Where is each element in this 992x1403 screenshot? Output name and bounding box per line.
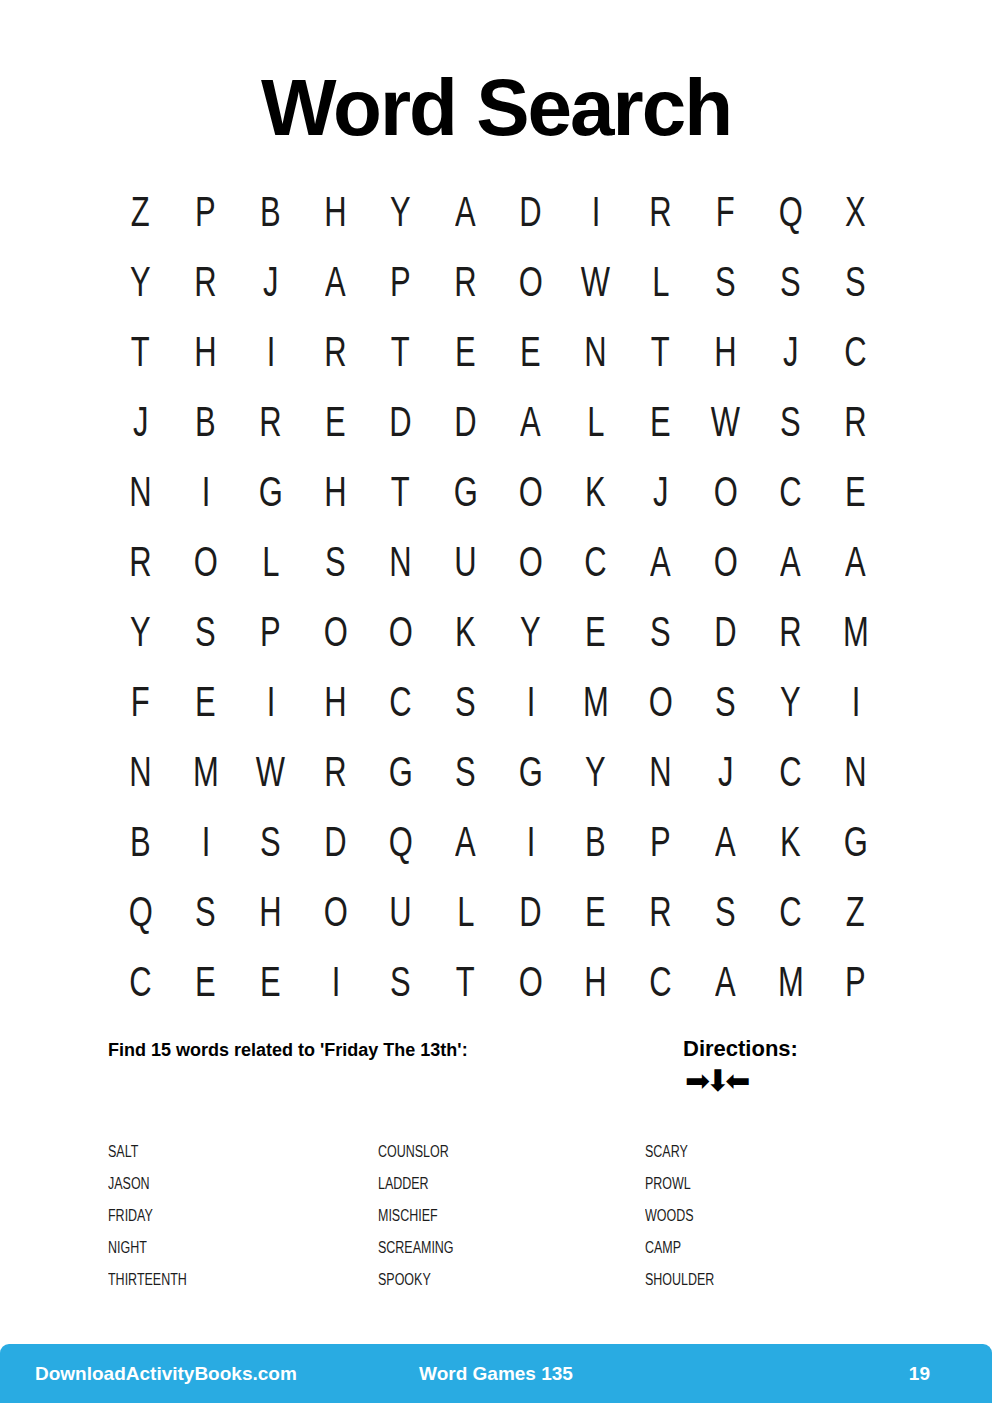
- grid-cell-r10c9: P: [628, 806, 693, 876]
- word-list-item: FRIDAY: [108, 1200, 368, 1232]
- grid-cell-r2c8: W: [563, 246, 628, 316]
- footer-page-number: 19: [909, 1363, 930, 1385]
- grid-cell-r9c11: C: [758, 736, 823, 806]
- grid-cell-r9c1: N: [108, 736, 173, 806]
- grid-cell-r3c1: T: [108, 316, 173, 386]
- grid-cell-r5c3: G: [238, 456, 303, 526]
- word-list-item: SCREAMING: [378, 1232, 638, 1264]
- grid-cell-r5c7: O: [498, 456, 563, 526]
- grid-cell-r1c8: I: [563, 176, 628, 246]
- grid-cell-r11c4: O: [303, 876, 368, 946]
- grid-cell-r2c12: S: [823, 246, 888, 316]
- grid-cell-r9c2: M: [173, 736, 238, 806]
- grid-cell-r9c12: N: [823, 736, 888, 806]
- grid-cell-r6c5: N: [368, 526, 433, 596]
- grid-cell-r7c8: E: [563, 596, 628, 666]
- grid-cell-r6c6: U: [433, 526, 498, 596]
- grid-cell-r8c5: C: [368, 666, 433, 736]
- grid-cell-r7c1: Y: [108, 596, 173, 666]
- grid-cell-r1c2: P: [173, 176, 238, 246]
- grid-cell-r12c12: P: [823, 946, 888, 1016]
- grid-cell-r5c2: I: [173, 456, 238, 526]
- grid-cell-r1c9: R: [628, 176, 693, 246]
- grid-cell-r7c2: S: [173, 596, 238, 666]
- find-words-prompt: Find 15 words related to 'Friday The 13t…: [108, 1040, 468, 1061]
- grid-cell-r12c10: A: [693, 946, 758, 1016]
- footer-book-title: Word Games 135: [0, 1363, 992, 1385]
- grid-cell-r2c10: S: [693, 246, 758, 316]
- grid-cell-r7c7: Y: [498, 596, 563, 666]
- word-list-item: CAMP: [645, 1232, 905, 1264]
- footer-bar: DownloadActivityBooks.com Word Games 135…: [0, 1344, 992, 1403]
- grid-cell-r1c11: Q: [758, 176, 823, 246]
- grid-cell-r3c3: I: [238, 316, 303, 386]
- grid-cell-r9c7: G: [498, 736, 563, 806]
- grid-cell-r1c1: Z: [108, 176, 173, 246]
- grid-cell-r10c4: D: [303, 806, 368, 876]
- grid-cell-r1c10: F: [693, 176, 758, 246]
- grid-cell-r2c1: Y: [108, 246, 173, 316]
- grid-cell-r6c7: O: [498, 526, 563, 596]
- grid-cell-r11c12: Z: [823, 876, 888, 946]
- grid-cell-r1c7: D: [498, 176, 563, 246]
- grid-cell-r9c10: J: [693, 736, 758, 806]
- grid-cell-r9c6: S: [433, 736, 498, 806]
- grid-cell-r7c12: M: [823, 596, 888, 666]
- word-list-item: WOODS: [645, 1200, 905, 1232]
- grid-cell-r10c8: B: [563, 806, 628, 876]
- grid-cell-r5c8: K: [563, 456, 628, 526]
- grid-cell-r6c9: A: [628, 526, 693, 596]
- grid-cell-r7c11: R: [758, 596, 823, 666]
- grid-cell-r5c12: E: [823, 456, 888, 526]
- grid-cell-r2c6: R: [433, 246, 498, 316]
- grid-cell-r3c4: R: [303, 316, 368, 386]
- grid-cell-r6c8: C: [563, 526, 628, 596]
- grid-cell-r11c8: E: [563, 876, 628, 946]
- word-list-item: SPOOKY: [378, 1264, 638, 1296]
- word-search-grid: ZPBHYADIRFQXYRJAPROWLSSSTHIRTEENTHJCJBRE…: [108, 176, 888, 1016]
- grid-cell-r11c3: H: [238, 876, 303, 946]
- grid-cell-r8c6: S: [433, 666, 498, 736]
- grid-cell-r4c8: L: [563, 386, 628, 456]
- grid-cell-r12c8: H: [563, 946, 628, 1016]
- grid-cell-r1c3: B: [238, 176, 303, 246]
- word-list-item: SCARY: [645, 1136, 905, 1168]
- grid-cell-r6c3: L: [238, 526, 303, 596]
- grid-cell-r8c3: I: [238, 666, 303, 736]
- grid-cell-r6c10: O: [693, 526, 758, 596]
- grid-cell-r10c11: K: [758, 806, 823, 876]
- grid-cell-r2c3: J: [238, 246, 303, 316]
- grid-cell-r11c5: U: [368, 876, 433, 946]
- grid-cell-r1c5: Y: [368, 176, 433, 246]
- grid-cell-r3c5: T: [368, 316, 433, 386]
- word-list-item: NIGHT: [108, 1232, 368, 1264]
- grid-cell-r4c1: J: [108, 386, 173, 456]
- grid-cell-r2c7: O: [498, 246, 563, 316]
- word-list-item: SALT: [108, 1136, 368, 1168]
- down-arrow-icon: ⬇: [705, 1063, 725, 1098]
- grid-cell-r5c10: O: [693, 456, 758, 526]
- grid-cell-r3c7: E: [498, 316, 563, 386]
- grid-cell-r2c4: A: [303, 246, 368, 316]
- direction-arrows: ➡⬇⬅: [683, 1066, 813, 1096]
- grid-cell-r10c2: I: [173, 806, 238, 876]
- grid-cell-r6c4: S: [303, 526, 368, 596]
- grid-cell-r12c1: C: [108, 946, 173, 1016]
- grid-cell-r8c12: I: [823, 666, 888, 736]
- grid-cell-r7c9: S: [628, 596, 693, 666]
- word-list-item: MISCHIEF: [378, 1200, 638, 1232]
- grid-cell-r12c2: E: [173, 946, 238, 1016]
- grid-cell-r9c3: W: [238, 736, 303, 806]
- grid-cell-r8c10: S: [693, 666, 758, 736]
- grid-cell-r9c5: G: [368, 736, 433, 806]
- grid-cell-r10c6: A: [433, 806, 498, 876]
- grid-cell-r2c11: S: [758, 246, 823, 316]
- grid-cell-r8c11: Y: [758, 666, 823, 736]
- word-list-item: PROWL: [645, 1168, 905, 1200]
- directions-label: Directions:: [683, 1036, 813, 1062]
- grid-cell-r3c10: H: [693, 316, 758, 386]
- grid-cell-r11c7: D: [498, 876, 563, 946]
- grid-cell-r1c4: H: [303, 176, 368, 246]
- grid-cell-r5c11: C: [758, 456, 823, 526]
- grid-cell-r2c2: R: [173, 246, 238, 316]
- grid-cell-r8c4: H: [303, 666, 368, 736]
- grid-cell-r4c9: E: [628, 386, 693, 456]
- grid-cell-r3c12: C: [823, 316, 888, 386]
- grid-cell-r4c4: E: [303, 386, 368, 456]
- grid-cell-r11c10: S: [693, 876, 758, 946]
- grid-cell-r7c4: O: [303, 596, 368, 666]
- left-arrow-icon: ⬅: [725, 1063, 745, 1098]
- word-list-column-1: SALTJASONFRIDAYNIGHTTHIRTEENTH: [108, 1136, 368, 1296]
- grid-cell-r12c6: T: [433, 946, 498, 1016]
- grid-cell-r7c10: D: [693, 596, 758, 666]
- grid-cell-r10c5: Q: [368, 806, 433, 876]
- grid-cell-r11c11: C: [758, 876, 823, 946]
- grid-cell-r3c8: N: [563, 316, 628, 386]
- grid-cell-r8c7: I: [498, 666, 563, 736]
- grid-cell-r11c1: Q: [108, 876, 173, 946]
- grid-cell-r11c2: S: [173, 876, 238, 946]
- word-list-column-3: SCARYPROWLWOODSCAMPSHOULDER: [645, 1136, 905, 1296]
- grid-cell-r3c9: T: [628, 316, 693, 386]
- grid-cell-r9c8: Y: [563, 736, 628, 806]
- grid-cell-r4c7: A: [498, 386, 563, 456]
- grid-cell-r3c2: H: [173, 316, 238, 386]
- grid-cell-r3c11: J: [758, 316, 823, 386]
- word-list-item: COUNSLOR: [378, 1136, 638, 1168]
- grid-cell-r6c1: R: [108, 526, 173, 596]
- grid-cell-r7c6: K: [433, 596, 498, 666]
- grid-cell-r9c9: N: [628, 736, 693, 806]
- grid-cell-r7c3: P: [238, 596, 303, 666]
- grid-cell-r1c12: X: [823, 176, 888, 246]
- grid-cell-r3c6: E: [433, 316, 498, 386]
- word-list-item: SHOULDER: [645, 1264, 905, 1296]
- grid-cell-r5c9: J: [628, 456, 693, 526]
- grid-cell-r1c6: A: [433, 176, 498, 246]
- right-arrow-icon: ➡: [685, 1063, 705, 1098]
- grid-cell-r4c2: B: [173, 386, 238, 456]
- word-list-item: THIRTEENTH: [108, 1264, 368, 1296]
- grid-cell-r8c9: O: [628, 666, 693, 736]
- grid-cell-r10c7: I: [498, 806, 563, 876]
- grid-cell-r8c8: M: [563, 666, 628, 736]
- grid-cell-r4c11: S: [758, 386, 823, 456]
- grid-cell-r6c11: A: [758, 526, 823, 596]
- grid-cell-r8c2: E: [173, 666, 238, 736]
- word-list-item: JASON: [108, 1168, 368, 1200]
- grid-cell-r10c3: S: [238, 806, 303, 876]
- grid-cell-r4c6: D: [433, 386, 498, 456]
- page-title: Word Search: [0, 62, 992, 154]
- grid-cell-r6c2: O: [173, 526, 238, 596]
- grid-cell-r5c6: G: [433, 456, 498, 526]
- grid-cell-r11c9: R: [628, 876, 693, 946]
- grid-cell-r4c10: W: [693, 386, 758, 456]
- word-list-item: LADDER: [378, 1168, 638, 1200]
- grid-cell-r5c5: T: [368, 456, 433, 526]
- grid-cell-r12c11: M: [758, 946, 823, 1016]
- grid-cell-r12c5: S: [368, 946, 433, 1016]
- grid-cell-r12c3: E: [238, 946, 303, 1016]
- grid-cell-r4c3: R: [238, 386, 303, 456]
- grid-cell-r12c7: O: [498, 946, 563, 1016]
- grid-cell-r12c9: C: [628, 946, 693, 1016]
- grid-cell-r7c5: O: [368, 596, 433, 666]
- word-list-column-2: COUNSLORLADDERMISCHIEFSCREAMINGSPOOKY: [378, 1136, 638, 1296]
- grid-cell-r4c5: D: [368, 386, 433, 456]
- grid-cell-r10c12: G: [823, 806, 888, 876]
- grid-cell-r6c12: A: [823, 526, 888, 596]
- grid-cell-r5c1: N: [108, 456, 173, 526]
- grid-cell-r2c9: L: [628, 246, 693, 316]
- grid-cell-r2c5: P: [368, 246, 433, 316]
- grid-cell-r8c1: F: [108, 666, 173, 736]
- grid-cell-r11c6: L: [433, 876, 498, 946]
- directions-block: Directions: ➡⬇⬅: [683, 1036, 813, 1096]
- grid-cell-r5c4: H: [303, 456, 368, 526]
- grid-cell-r12c4: I: [303, 946, 368, 1016]
- grid-cell-r9c4: R: [303, 736, 368, 806]
- grid-cell-r10c10: A: [693, 806, 758, 876]
- grid-cell-r4c12: R: [823, 386, 888, 456]
- grid-cell-r10c1: B: [108, 806, 173, 876]
